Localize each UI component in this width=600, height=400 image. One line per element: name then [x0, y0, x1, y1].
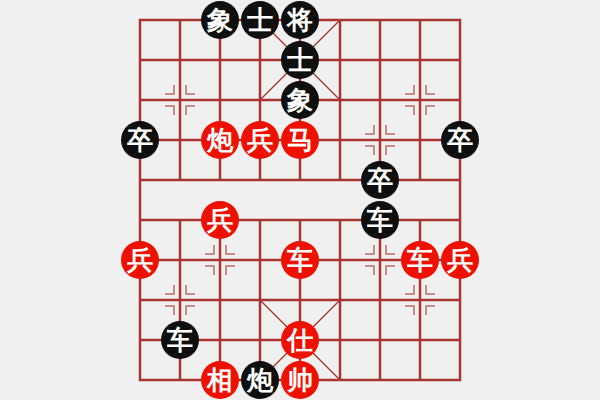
xiangqi-app: 象士将士象卒炮兵马卒卒兵车兵车车兵车仕相炮帅 [0, 0, 600, 400]
piece-black-advisor[interactable]: 士 [281, 41, 319, 79]
piece-black-general[interactable]: 将 [281, 1, 319, 39]
piece-black-elephant[interactable]: 象 [201, 1, 239, 39]
piece-red-cannon[interactable]: 炮 [201, 121, 239, 159]
piece-red-chariot[interactable]: 车 [281, 241, 319, 279]
piece-red-pawn[interactable]: 兵 [121, 241, 159, 279]
piece-red-chariot[interactable]: 车 [401, 241, 439, 279]
piece-red-horse[interactable]: 马 [281, 121, 319, 159]
piece-red-elephant[interactable]: 相 [201, 361, 239, 399]
piece-black-pawn[interactable]: 卒 [361, 161, 399, 199]
piece-black-pawn[interactable]: 卒 [441, 121, 479, 159]
piece-black-advisor[interactable]: 士 [241, 1, 279, 39]
piece-red-advisor[interactable]: 仕 [281, 321, 319, 359]
piece-black-chariot[interactable]: 车 [161, 321, 199, 359]
piece-red-pawn[interactable]: 兵 [201, 201, 239, 239]
piece-black-elephant[interactable]: 象 [281, 81, 319, 119]
piece-red-pawn[interactable]: 兵 [441, 241, 479, 279]
piece-black-cannon[interactable]: 炮 [241, 361, 279, 399]
piece-red-pawn[interactable]: 兵 [241, 121, 279, 159]
piece-black-chariot[interactable]: 车 [361, 201, 399, 239]
piece-black-pawn[interactable]: 卒 [121, 121, 159, 159]
piece-red-general[interactable]: 帅 [281, 361, 319, 399]
